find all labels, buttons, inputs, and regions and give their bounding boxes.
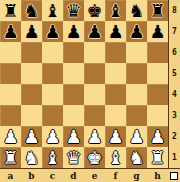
square-c3[interactable] [42, 105, 63, 126]
square-c8[interactable]: ♝ [42, 0, 63, 21]
white-pawn-h2[interactable]: ♟ [149, 126, 165, 147]
black-pawn-e7[interactable]: ♟ [86, 21, 102, 42]
white-queen-d1[interactable]: ♛ [65, 147, 81, 168]
black-bishop-c8[interactable]: ♝ [44, 0, 60, 21]
square-h2[interactable]: ♟ [147, 126, 168, 147]
square-c5[interactable] [42, 63, 63, 84]
square-d1[interactable]: ♛ [63, 147, 84, 168]
white-knight-b1[interactable]: ♞ [23, 147, 39, 168]
white-pawn-a2[interactable]: ♟ [2, 126, 18, 147]
square-a2[interactable]: ♟ [0, 126, 21, 147]
black-pawn-b7[interactable]: ♟ [23, 21, 39, 42]
chessboard-window: ♜♞♝♛♚♝♞♜♟♟♟♟♟♟♟♟♟♟♟♟♟♟♟♟♜♞♝♛♚♝♞♜ 8765432… [0, 0, 180, 182]
square-g6[interactable] [126, 42, 147, 63]
square-g8[interactable]: ♞ [126, 0, 147, 21]
rank-label-2: 2 [169, 126, 180, 147]
square-b8[interactable]: ♞ [21, 0, 42, 21]
square-f1[interactable]: ♝ [105, 147, 126, 168]
square-h1[interactable]: ♜ [147, 147, 168, 168]
square-h7[interactable]: ♟ [147, 21, 168, 42]
square-g5[interactable] [126, 63, 147, 84]
square-g2[interactable]: ♟ [126, 126, 147, 147]
square-b3[interactable] [21, 105, 42, 126]
black-pawn-c7[interactable]: ♟ [44, 21, 60, 42]
square-a4[interactable] [0, 84, 21, 105]
white-bishop-f1[interactable]: ♝ [107, 147, 123, 168]
square-g1[interactable]: ♞ [126, 147, 147, 168]
square-b7[interactable]: ♟ [21, 21, 42, 42]
square-g3[interactable] [126, 105, 147, 126]
black-queen-d8[interactable]: ♛ [65, 0, 81, 21]
square-e8[interactable]: ♚ [84, 0, 105, 21]
black-pawn-f7[interactable]: ♟ [107, 21, 123, 42]
black-bishop-f8[interactable]: ♝ [107, 0, 123, 21]
white-rook-h1[interactable]: ♜ [149, 147, 165, 168]
square-e7[interactable]: ♟ [84, 21, 105, 42]
black-pawn-h7[interactable]: ♟ [149, 21, 165, 42]
rank-label-5: 5 [169, 63, 180, 84]
square-f5[interactable] [105, 63, 126, 84]
square-d4[interactable] [63, 84, 84, 105]
black-pawn-d7[interactable]: ♟ [65, 21, 81, 42]
black-knight-b8[interactable]: ♞ [23, 0, 39, 21]
rank-label-6: 6 [169, 42, 180, 63]
black-knight-g8[interactable]: ♞ [128, 0, 144, 21]
white-pawn-e2[interactable]: ♟ [86, 126, 102, 147]
square-a8[interactable]: ♜ [0, 0, 21, 21]
square-a3[interactable] [0, 105, 21, 126]
square-c1[interactable]: ♝ [42, 147, 63, 168]
square-h6[interactable] [147, 42, 168, 63]
black-rook-a8[interactable]: ♜ [2, 0, 18, 21]
black-rook-h8[interactable]: ♜ [149, 0, 165, 21]
file-label-a: a [0, 169, 21, 182]
square-f6[interactable] [105, 42, 126, 63]
white-pawn-b2[interactable]: ♟ [23, 126, 39, 147]
square-f2[interactable]: ♟ [105, 126, 126, 147]
square-d5[interactable] [63, 63, 84, 84]
square-g4[interactable] [126, 84, 147, 105]
square-a7[interactable]: ♟ [0, 21, 21, 42]
file-labels: abcdefgh [0, 168, 168, 182]
square-d7[interactable]: ♟ [63, 21, 84, 42]
white-king-e1[interactable]: ♚ [86, 147, 102, 168]
square-c2[interactable]: ♟ [42, 126, 63, 147]
square-h3[interactable] [147, 105, 168, 126]
square-e6[interactable] [84, 42, 105, 63]
square-e4[interactable] [84, 84, 105, 105]
square-f4[interactable] [105, 84, 126, 105]
square-e2[interactable]: ♟ [84, 126, 105, 147]
rank-label-4: 4 [169, 84, 180, 105]
chess-board: ♜♞♝♛♚♝♞♜♟♟♟♟♟♟♟♟♟♟♟♟♟♟♟♟♜♞♝♛♚♝♞♜ [0, 0, 168, 168]
square-b1[interactable]: ♞ [21, 147, 42, 168]
file-label-e: e [84, 169, 105, 182]
white-rook-a1[interactable]: ♜ [2, 147, 18, 168]
rank-label-8: 8 [169, 0, 180, 21]
file-label-d: d [63, 169, 84, 182]
white-pawn-g2[interactable]: ♟ [128, 126, 144, 147]
white-pawn-f2[interactable]: ♟ [107, 126, 123, 147]
white-pawn-d2[interactable]: ♟ [65, 126, 81, 147]
white-bishop-c1[interactable]: ♝ [44, 147, 60, 168]
black-pawn-a7[interactable]: ♟ [2, 21, 18, 42]
square-a5[interactable] [0, 63, 21, 84]
square-e3[interactable] [84, 105, 105, 126]
square-d3[interactable] [63, 105, 84, 126]
square-e5[interactable] [84, 63, 105, 84]
square-b4[interactable] [21, 84, 42, 105]
file-label-g: g [126, 169, 147, 182]
square-d2[interactable]: ♟ [63, 126, 84, 147]
square-b2[interactable]: ♟ [21, 126, 42, 147]
file-label-c: c [42, 169, 63, 182]
square-f7[interactable]: ♟ [105, 21, 126, 42]
square-f8[interactable]: ♝ [105, 0, 126, 21]
square-d6[interactable] [63, 42, 84, 63]
square-c6[interactable] [42, 42, 63, 63]
turn-indicator-white-square [170, 172, 178, 180]
white-pawn-c2[interactable]: ♟ [44, 126, 60, 147]
square-g7[interactable]: ♟ [126, 21, 147, 42]
file-label-h: h [147, 169, 168, 182]
square-a6[interactable] [0, 42, 21, 63]
white-knight-g1[interactable]: ♞ [128, 147, 144, 168]
square-h5[interactable] [147, 63, 168, 84]
square-h8[interactable]: ♜ [147, 0, 168, 21]
square-c7[interactable]: ♟ [42, 21, 63, 42]
square-b5[interactable] [21, 63, 42, 84]
black-pawn-g7[interactable]: ♟ [128, 21, 144, 42]
square-b6[interactable] [21, 42, 42, 63]
rank-label-3: 3 [169, 105, 180, 126]
square-e1[interactable]: ♚ [84, 147, 105, 168]
square-h4[interactable] [147, 84, 168, 105]
file-label-b: b [21, 169, 42, 182]
square-d8[interactable]: ♛ [63, 0, 84, 21]
rank-label-7: 7 [169, 21, 180, 42]
square-c4[interactable] [42, 84, 63, 105]
rank-labels: 87654321 [168, 0, 180, 168]
black-king-e8[interactable]: ♚ [86, 0, 102, 21]
turn-indicator-cell [168, 168, 180, 182]
rank-label-1: 1 [169, 147, 180, 168]
square-f3[interactable] [105, 105, 126, 126]
file-label-f: f [105, 169, 126, 182]
square-a1[interactable]: ♜ [0, 147, 21, 168]
